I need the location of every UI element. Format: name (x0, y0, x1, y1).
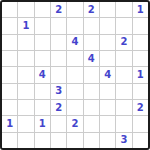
cell-r4c5[interactable] (84, 67, 99, 82)
cell-r1c4[interactable] (67, 18, 82, 33)
cell-r2c5[interactable] (84, 35, 99, 50)
cell-r1c8[interactable] (133, 18, 148, 33)
cell-r2c8[interactable] (133, 35, 148, 50)
cell-r4c6[interactable]: 4 (100, 67, 115, 82)
cell-r6c2[interactable] (35, 100, 50, 115)
board: 22114244413221123 (0, 0, 150, 150)
cell-r2c1[interactable] (18, 35, 33, 50)
cell-r5c6[interactable] (100, 84, 115, 99)
cell-r8c5[interactable] (84, 133, 99, 148)
cell-r4c4[interactable] (67, 67, 82, 82)
cell-r7c3[interactable] (51, 116, 66, 131)
clue-text: 2 (88, 5, 95, 15)
cell-r4c0[interactable] (2, 67, 17, 82)
cell-r0c6[interactable] (100, 2, 115, 17)
cell-r2c3[interactable] (51, 35, 66, 50)
cell-r6c0[interactable] (2, 100, 17, 115)
cell-r5c1[interactable] (18, 84, 33, 99)
cell-r8c4[interactable] (67, 133, 82, 148)
cell-r2c6[interactable] (100, 35, 115, 50)
cell-r7c7[interactable] (116, 116, 131, 131)
cell-r3c2[interactable] (35, 51, 50, 66)
clue-text: 4 (104, 70, 111, 80)
cell-r8c0[interactable] (2, 133, 17, 148)
clue-text: 2 (121, 37, 128, 47)
cell-r0c4[interactable] (67, 2, 82, 17)
cell-r3c8[interactable] (133, 51, 148, 66)
cell-r0c0[interactable] (2, 2, 17, 17)
clue-text: 1 (6, 119, 13, 129)
cell-r8c2[interactable] (35, 133, 50, 148)
cell-r7c6[interactable] (100, 116, 115, 131)
cell-r5c5[interactable] (84, 84, 99, 99)
cell-r2c0[interactable] (2, 35, 17, 50)
cell-r1c3[interactable] (51, 18, 66, 33)
cell-r1c1[interactable]: 1 (18, 18, 33, 33)
cell-r0c2[interactable] (35, 2, 50, 17)
cell-r8c6[interactable] (100, 133, 115, 148)
cell-r3c0[interactable] (2, 51, 17, 66)
clue-text: 4 (88, 54, 95, 64)
cell-r0c3[interactable]: 2 (51, 2, 66, 17)
cell-r2c2[interactable] (35, 35, 50, 50)
clue-text: 1 (137, 5, 144, 15)
cell-r0c5[interactable]: 2 (84, 2, 99, 17)
cell-r3c1[interactable] (18, 51, 33, 66)
clue-text: 4 (39, 70, 46, 80)
cell-r5c0[interactable] (2, 84, 17, 99)
cell-r0c8[interactable]: 1 (133, 2, 148, 17)
cell-r0c7[interactable] (116, 2, 131, 17)
cell-r8c7[interactable]: 3 (116, 133, 131, 148)
clue-text: 3 (121, 135, 128, 145)
cell-r1c7[interactable] (116, 18, 131, 33)
cell-r4c7[interactable] (116, 67, 131, 82)
cell-r1c2[interactable] (35, 18, 50, 33)
puzzle-stage: 22114244413221123 (0, 0, 150, 150)
cell-r3c3[interactable] (51, 51, 66, 66)
clue-text: 2 (55, 5, 62, 15)
clue-text: 1 (23, 21, 30, 31)
cell-r5c8[interactable] (133, 84, 148, 99)
cell-r7c4[interactable]: 2 (67, 116, 82, 131)
cell-r6c7[interactable] (116, 100, 131, 115)
cell-r1c5[interactable] (84, 18, 99, 33)
cell-r6c5[interactable] (84, 100, 99, 115)
cell-r5c4[interactable] (67, 84, 82, 99)
cell-r5c2[interactable] (35, 84, 50, 99)
cell-r7c5[interactable] (84, 116, 99, 131)
cell-r6c3[interactable]: 2 (51, 100, 66, 115)
cell-r7c8[interactable] (133, 116, 148, 131)
cell-r7c1[interactable] (18, 116, 33, 131)
cell-r3c5[interactable]: 4 (84, 51, 99, 66)
cell-r3c6[interactable] (100, 51, 115, 66)
cell-r0c1[interactable] (18, 2, 33, 17)
cell-r6c6[interactable] (100, 100, 115, 115)
cell-r4c3[interactable] (51, 67, 66, 82)
cell-r3c7[interactable] (116, 51, 131, 66)
cell-r5c7[interactable] (116, 84, 131, 99)
cell-r6c4[interactable] (67, 100, 82, 115)
cell-r6c8[interactable]: 2 (133, 100, 148, 115)
cell-r5c3[interactable]: 3 (51, 84, 66, 99)
cell-r6c1[interactable] (18, 100, 33, 115)
cell-r2c7[interactable]: 2 (116, 35, 131, 50)
cell-r8c1[interactable] (18, 133, 33, 148)
cell-r8c8[interactable] (133, 133, 148, 148)
cell-r3c4[interactable] (67, 51, 82, 66)
cell-r7c0[interactable]: 1 (2, 116, 17, 131)
clue-text: 4 (72, 37, 79, 47)
cell-r4c2[interactable]: 4 (35, 67, 50, 82)
cell-r4c8[interactable]: 1 (133, 67, 148, 82)
cell-r2c4[interactable]: 4 (67, 35, 82, 50)
clue-text: 2 (55, 103, 62, 113)
cell-r1c0[interactable] (2, 18, 17, 33)
clue-text: 2 (72, 119, 79, 129)
clue-text: 2 (137, 103, 144, 113)
cell-r8c3[interactable] (51, 133, 66, 148)
cell-r7c2[interactable]: 1 (35, 116, 50, 131)
clue-text: 1 (39, 119, 46, 129)
cell-r4c1[interactable] (18, 67, 33, 82)
cell-r1c6[interactable] (100, 18, 115, 33)
clue-text: 3 (55, 86, 62, 96)
clue-text: 1 (137, 70, 144, 80)
